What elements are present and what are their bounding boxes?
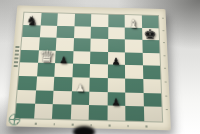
- square-f4: [107, 65, 125, 79]
- square-g8: ♝: [125, 15, 142, 28]
- square-e5: [90, 51, 108, 64]
- black-pawn: ♟: [107, 57, 125, 67]
- square-b1: [34, 104, 53, 119]
- square-d7: [74, 26, 91, 39]
- square-h6: [142, 40, 160, 53]
- square-a6: [21, 37, 39, 50]
- white-queen: ♛: [37, 49, 55, 66]
- square-g4: [125, 65, 143, 79]
- square-e4: [90, 64, 108, 78]
- black-king: ♚: [142, 28, 159, 42]
- square-c5: ♟: [55, 51, 73, 64]
- square-d3: ♟: [71, 77, 89, 91]
- playing-area: ♞♝♚♛♟♟♟♟: [15, 13, 162, 122]
- square-d2: [71, 91, 89, 105]
- square-e2: [89, 91, 107, 105]
- white-pawn: ♟: [71, 83, 89, 94]
- square-b4: [37, 63, 55, 77]
- black-pawn: ♟: [55, 56, 73, 66]
- square-b2: [35, 90, 54, 104]
- brand-marking: [13, 46, 19, 69]
- square-e1: [89, 105, 107, 120]
- square-d4: [72, 64, 90, 78]
- square-a8: ♞: [23, 13, 41, 26]
- square-f2: ♟: [107, 92, 125, 106]
- square-b5: ♛: [38, 50, 56, 63]
- square-a1: [15, 103, 34, 118]
- square-a5: [20, 50, 38, 63]
- square-b8: [40, 13, 58, 26]
- square-f6: [108, 39, 125, 52]
- square-h4: [142, 66, 160, 80]
- square-b3: [36, 76, 55, 90]
- square-h1: [143, 107, 162, 122]
- square-e6: [90, 39, 107, 52]
- square-d5: [73, 51, 91, 64]
- square-g1: [125, 106, 143, 121]
- square-d8: [74, 14, 91, 27]
- square-h3: [143, 79, 161, 93]
- coordinate-marks-right: [162, 18, 168, 120]
- chess-board: ♞♝♚♛♟♟♟♟: [6, 5, 171, 130]
- square-g6: [125, 40, 142, 53]
- square-a2: [16, 90, 35, 104]
- square-h5: [142, 53, 160, 66]
- square-g5: [125, 52, 143, 65]
- square-e7: [91, 26, 108, 39]
- square-f8: [108, 15, 125, 28]
- board-tilt-wrapper: ♞♝♚♛♟♟♟♟: [10, 0, 169, 129]
- square-h7: ♚: [142, 28, 159, 41]
- square-c8: [57, 13, 74, 26]
- chessboard-photo: ♞♝♚♛♟♟♟♟: [0, 0, 200, 134]
- square-d1: [70, 105, 89, 120]
- square-d6: [73, 38, 91, 51]
- square-c4: [54, 64, 72, 78]
- square-a7: [22, 25, 40, 38]
- black-knight: ♞: [23, 14, 41, 27]
- square-f1: [107, 106, 125, 121]
- square-h2: [143, 93, 161, 107]
- square-e3: [89, 78, 107, 92]
- square-g7: [125, 27, 142, 40]
- square-a3: [18, 76, 37, 90]
- square-e8: [91, 14, 108, 27]
- square-f3: [107, 78, 125, 92]
- square-c1: [52, 104, 71, 119]
- square-a4: [19, 63, 38, 77]
- square-g2: [125, 92, 143, 106]
- square-f5: ♟: [107, 52, 124, 65]
- square-b7: [39, 25, 57, 38]
- square-c2: [53, 90, 72, 104]
- square-c7: [56, 26, 74, 39]
- white-bishop: ♝: [125, 17, 142, 29]
- black-pawn: ♟: [107, 97, 125, 108]
- square-c6: [56, 38, 74, 51]
- out-of-frame-piece: [73, 126, 95, 134]
- square-c3: [54, 77, 72, 91]
- square-b6: [38, 37, 56, 50]
- square-h8: [141, 15, 158, 28]
- board-perspective-wrapper: ♞♝♚♛♟♟♟♟: [6, 5, 171, 130]
- square-g3: [125, 79, 143, 93]
- square-f7: [108, 27, 125, 40]
